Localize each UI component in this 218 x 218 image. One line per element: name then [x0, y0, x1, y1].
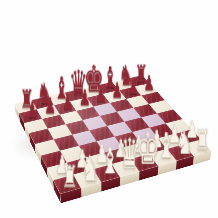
photo-background: ♜♞♝♛♚♝♞♜♟♟♟♟♟♟♟♟♟♟♟♟♟♟♟♟♜♞♝♛♚♝♞♜	[0, 0, 218, 218]
red-pawn-e7: ♟	[95, 85, 107, 104]
red-pawn-a7: ♟	[27, 100, 39, 120]
white-queen-d1: ♛	[118, 136, 140, 173]
white-knight-g1: ♞	[175, 128, 193, 157]
red-pawn-d7: ♟	[78, 89, 90, 108]
red-pawn-g7: ♟	[127, 78, 138, 97]
red-pawn-f7: ♟	[111, 81, 122, 100]
red-pawn-h7: ♟	[143, 74, 154, 93]
red-pawn-c7: ♟	[62, 92, 74, 111]
red-pawn-b7: ♟	[44, 96, 56, 116]
white-knight-b1: ♞	[81, 153, 100, 184]
white-rook-h1: ♜	[194, 127, 209, 152]
white-bishop-c1: ♝	[100, 146, 119, 178]
chess-board: ♜♞♝♛♚♝♞♜♟♟♟♟♟♟♟♟♟♟♟♟♟♟♟♟♜♞♝♛♚♝♞♜	[14, 75, 211, 194]
scene: ♜♞♝♛♚♝♞♜♟♟♟♟♟♟♟♟♟♟♟♟♟♟♟♟♜♞♝♛♚♝♞♜	[0, 0, 218, 218]
white-rook-a1: ♜	[62, 162, 79, 190]
